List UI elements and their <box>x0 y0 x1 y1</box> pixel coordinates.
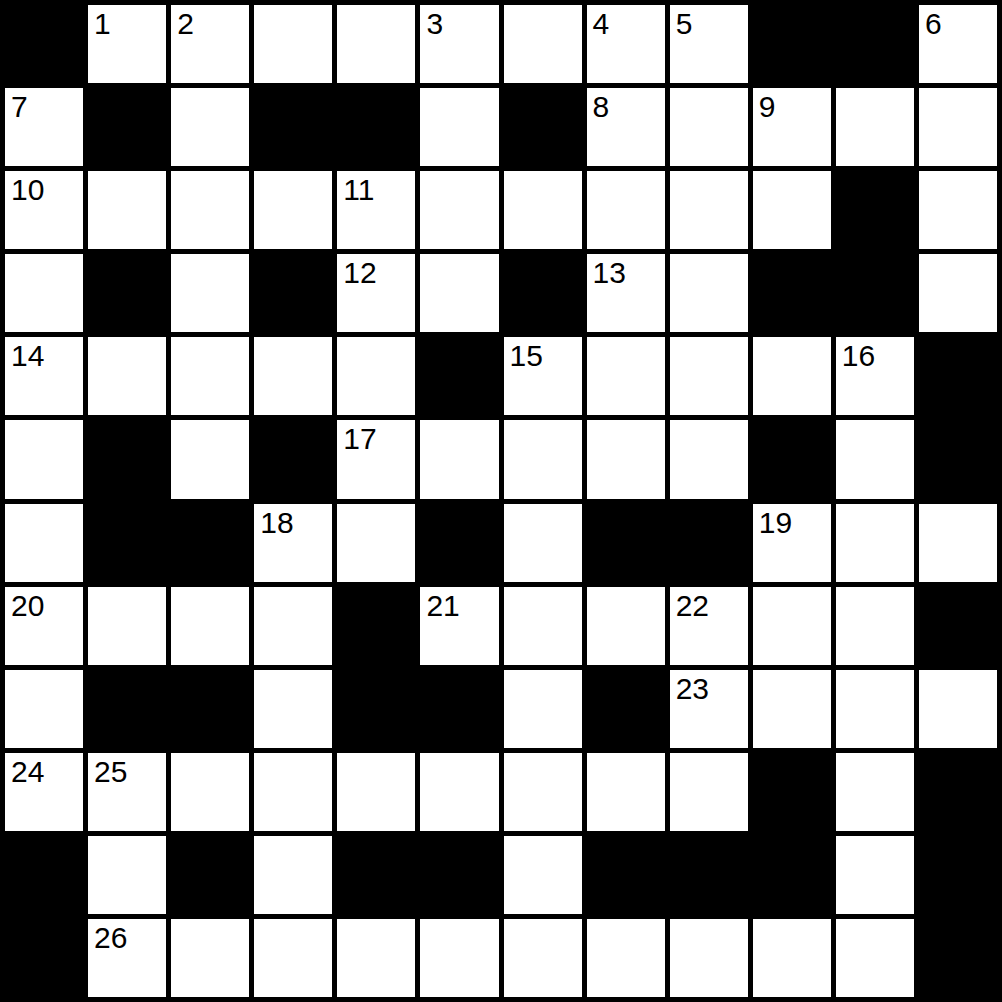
clue-number: 7 <box>11 90 28 125</box>
block-r11c12 <box>919 836 997 914</box>
cell-r6c3[interactable] <box>171 420 249 498</box>
cell-r10c6[interactable] <box>420 753 498 831</box>
block-r1c1 <box>5 5 83 83</box>
cell-r12c2[interactable]: 26 <box>88 919 166 997</box>
cell-r10c7[interactable] <box>504 753 582 831</box>
block-r3c11 <box>836 171 914 249</box>
cell-r11c11[interactable] <box>836 836 914 914</box>
clue-number: 5 <box>676 7 693 42</box>
cell-r1c6[interactable]: 3 <box>420 5 498 83</box>
cell-r3c3[interactable] <box>171 171 249 249</box>
block-r5c12 <box>919 337 997 415</box>
block-r10c10 <box>753 753 831 831</box>
cell-r10c5[interactable] <box>337 753 415 831</box>
cell-r10c9[interactable] <box>670 753 748 831</box>
block-r7c9 <box>670 504 748 582</box>
cell-r1c7[interactable] <box>504 5 582 83</box>
cell-r1c4[interactable] <box>254 5 332 83</box>
cell-r5c5[interactable] <box>337 337 415 415</box>
cell-r2c12[interactable] <box>919 88 997 166</box>
cell-r6c8[interactable] <box>587 420 665 498</box>
block-r9c3 <box>171 670 249 748</box>
cell-r4c9[interactable] <box>670 254 748 332</box>
cell-r8c10[interactable] <box>753 587 831 665</box>
cell-r12c4[interactable] <box>254 919 332 997</box>
cell-r1c8[interactable]: 4 <box>587 5 665 83</box>
cell-r4c12[interactable] <box>919 254 997 332</box>
cell-r6c7[interactable] <box>504 420 582 498</box>
block-r2c7 <box>504 88 582 166</box>
clue-number: 26 <box>94 921 127 956</box>
cell-r2c10[interactable]: 9 <box>753 88 831 166</box>
cell-r2c11[interactable] <box>836 88 914 166</box>
block-r6c10 <box>753 420 831 498</box>
cell-r9c10[interactable] <box>753 670 831 748</box>
block-r7c2 <box>88 504 166 582</box>
cell-r7c4[interactable]: 18 <box>254 504 332 582</box>
block-r8c5 <box>337 587 415 665</box>
cell-r6c6[interactable] <box>420 420 498 498</box>
clue-number: 6 <box>925 7 942 42</box>
cell-r8c6[interactable]: 21 <box>420 587 498 665</box>
block-r9c5 <box>337 670 415 748</box>
cell-r6c5[interactable]: 17 <box>337 420 415 498</box>
cell-r6c11[interactable] <box>836 420 914 498</box>
cell-r8c11[interactable] <box>836 587 914 665</box>
cell-r4c5[interactable]: 12 <box>337 254 415 332</box>
cell-r12c5[interactable] <box>337 919 415 997</box>
cell-r11c2[interactable] <box>88 836 166 914</box>
block-r2c4 <box>254 88 332 166</box>
clue-number: 25 <box>94 755 127 790</box>
block-r11c1 <box>5 836 83 914</box>
cell-r7c5[interactable] <box>337 504 415 582</box>
clue-number: 22 <box>676 589 709 624</box>
cell-r5c11[interactable]: 16 <box>836 337 914 415</box>
cell-r10c1[interactable]: 24 <box>5 753 83 831</box>
cell-r3c1[interactable]: 10 <box>5 171 83 249</box>
crossword-board: 1234567891011121314151617181920212223242… <box>0 0 1002 1002</box>
cell-r12c6[interactable] <box>420 919 498 997</box>
cell-r8c4[interactable] <box>254 587 332 665</box>
block-r12c1 <box>5 919 83 997</box>
cell-r7c10[interactable]: 19 <box>753 504 831 582</box>
block-r6c4 <box>254 420 332 498</box>
cell-r1c5[interactable] <box>337 5 415 83</box>
cell-r5c9[interactable] <box>670 337 748 415</box>
cell-r5c7[interactable]: 15 <box>504 337 582 415</box>
cell-r8c8[interactable] <box>587 587 665 665</box>
clue-number: 3 <box>426 7 443 42</box>
cell-r6c1[interactable] <box>5 420 83 498</box>
cell-r2c6[interactable] <box>420 88 498 166</box>
cell-r2c9[interactable] <box>670 88 748 166</box>
cell-r8c7[interactable] <box>504 587 582 665</box>
block-r5c6 <box>420 337 498 415</box>
cell-r8c2[interactable] <box>88 587 166 665</box>
cell-r12c10[interactable] <box>753 919 831 997</box>
cell-r8c9[interactable]: 22 <box>670 587 748 665</box>
block-r4c11 <box>836 254 914 332</box>
clue-number: 10 <box>11 173 44 208</box>
clue-number: 24 <box>11 755 44 790</box>
cell-r3c2[interactable] <box>88 171 166 249</box>
block-r1c10 <box>753 5 831 83</box>
clue-number: 4 <box>593 7 610 42</box>
cell-r10c11[interactable] <box>836 753 914 831</box>
cell-r7c11[interactable] <box>836 504 914 582</box>
block-r10c12 <box>919 753 997 831</box>
block-r11c3 <box>171 836 249 914</box>
cell-r1c12[interactable]: 6 <box>919 5 997 83</box>
clue-number: 19 <box>759 506 792 541</box>
clue-number: 23 <box>676 672 709 707</box>
cell-r8c1[interactable]: 20 <box>5 587 83 665</box>
cell-r4c6[interactable] <box>420 254 498 332</box>
cell-r12c9[interactable] <box>670 919 748 997</box>
cell-r3c10[interactable] <box>753 171 831 249</box>
cell-r3c6[interactable] <box>420 171 498 249</box>
block-r8c12 <box>919 587 997 665</box>
cell-r11c4[interactable] <box>254 836 332 914</box>
cell-r12c11[interactable] <box>836 919 914 997</box>
cell-r12c8[interactable] <box>587 919 665 997</box>
block-r2c2 <box>88 88 166 166</box>
clue-number: 20 <box>11 589 44 624</box>
block-r1c11 <box>836 5 914 83</box>
block-r11c8 <box>587 836 665 914</box>
cell-r12c3[interactable] <box>171 919 249 997</box>
cell-r4c3[interactable] <box>171 254 249 332</box>
cell-r5c8[interactable] <box>587 337 665 415</box>
block-r7c8 <box>587 504 665 582</box>
cell-r10c8[interactable] <box>587 753 665 831</box>
cell-r10c4[interactable] <box>254 753 332 831</box>
block-r11c6 <box>420 836 498 914</box>
cell-r5c2[interactable] <box>88 337 166 415</box>
cell-r5c10[interactable] <box>753 337 831 415</box>
cell-r1c9[interactable]: 5 <box>670 5 748 83</box>
clue-number: 14 <box>11 339 44 374</box>
cell-r10c3[interactable] <box>171 753 249 831</box>
cell-r3c12[interactable] <box>919 171 997 249</box>
cell-r8c3[interactable] <box>171 587 249 665</box>
cell-r3c4[interactable] <box>254 171 332 249</box>
cell-r2c1[interactable]: 7 <box>5 88 83 166</box>
cell-r3c7[interactable] <box>504 171 582 249</box>
block-r6c12 <box>919 420 997 498</box>
clue-number: 12 <box>343 256 376 291</box>
block-r11c10 <box>753 836 831 914</box>
block-r6c2 <box>88 420 166 498</box>
block-r11c5 <box>337 836 415 914</box>
block-r4c2 <box>88 254 166 332</box>
block-r2c5 <box>337 88 415 166</box>
cell-r9c12[interactable] <box>919 670 997 748</box>
clue-number: 18 <box>260 506 293 541</box>
cell-r9c7[interactable] <box>504 670 582 748</box>
cell-r2c8[interactable]: 8 <box>587 88 665 166</box>
cell-r4c8[interactable]: 13 <box>587 254 665 332</box>
cell-r9c9[interactable]: 23 <box>670 670 748 748</box>
cell-r5c4[interactable] <box>254 337 332 415</box>
cell-r9c4[interactable] <box>254 670 332 748</box>
cell-r1c2[interactable]: 1 <box>88 5 166 83</box>
clue-number: 15 <box>510 339 543 374</box>
cell-r7c12[interactable] <box>919 504 997 582</box>
cell-r6c9[interactable] <box>670 420 748 498</box>
cell-r3c8[interactable] <box>587 171 665 249</box>
cell-r5c3[interactable] <box>171 337 249 415</box>
clue-number: 13 <box>593 256 626 291</box>
cell-r11c7[interactable] <box>504 836 582 914</box>
block-r4c4 <box>254 254 332 332</box>
cell-r5c1[interactable]: 14 <box>5 337 83 415</box>
block-r7c3 <box>171 504 249 582</box>
block-r9c6 <box>420 670 498 748</box>
clue-number: 21 <box>426 589 459 624</box>
cell-r7c7[interactable] <box>504 504 582 582</box>
clue-number: 16 <box>842 339 875 374</box>
cell-r3c9[interactable] <box>670 171 748 249</box>
block-r12c12 <box>919 919 997 997</box>
cell-r9c1[interactable] <box>5 670 83 748</box>
clue-number: 11 <box>343 173 374 208</box>
cell-r4c1[interactable] <box>5 254 83 332</box>
cell-r10c2[interactable]: 25 <box>88 753 166 831</box>
block-r11c9 <box>670 836 748 914</box>
clue-number: 17 <box>343 422 376 457</box>
clue-number: 8 <box>593 90 610 125</box>
cell-r3c5[interactable]: 11 <box>337 171 415 249</box>
clue-number: 2 <box>177 7 194 42</box>
cell-r12c7[interactable] <box>504 919 582 997</box>
block-r9c2 <box>88 670 166 748</box>
clue-number: 9 <box>759 90 776 125</box>
block-r9c8 <box>587 670 665 748</box>
cell-r9c11[interactable] <box>836 670 914 748</box>
cell-r2c3[interactable] <box>171 88 249 166</box>
block-r4c7 <box>504 254 582 332</box>
cell-r1c3[interactable]: 2 <box>171 5 249 83</box>
cell-r7c1[interactable] <box>5 504 83 582</box>
block-r7c6 <box>420 504 498 582</box>
block-r4c10 <box>753 254 831 332</box>
clue-number: 1 <box>94 7 111 42</box>
